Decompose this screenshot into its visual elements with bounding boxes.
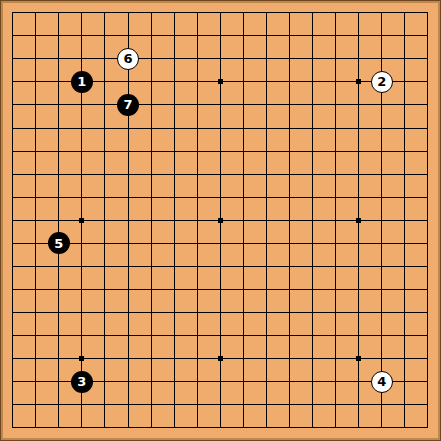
grid-line-vertical <box>243 12 244 428</box>
stone-black-5[interactable]: 5 <box>48 232 70 254</box>
star-point <box>356 79 361 84</box>
grid-line-horizontal <box>12 404 428 405</box>
star-point <box>356 356 361 361</box>
stone-white-4[interactable]: 4 <box>371 371 393 393</box>
star-point <box>356 218 361 223</box>
grid-line-vertical <box>427 12 428 428</box>
grid-line-vertical <box>289 12 290 428</box>
star-point <box>218 79 223 84</box>
grid-line-horizontal <box>12 335 428 336</box>
stone-black-3[interactable]: 3 <box>71 371 93 393</box>
grid-line-horizontal <box>12 289 428 290</box>
stone-black-7[interactable]: 7 <box>117 94 139 116</box>
grid-line-horizontal <box>12 312 428 313</box>
stone-white-2[interactable]: 2 <box>371 71 393 93</box>
stone-black-1[interactable]: 1 <box>71 71 93 93</box>
star-point <box>79 356 84 361</box>
star-point <box>79 218 84 223</box>
grid-line-vertical <box>266 12 267 428</box>
grid-line-vertical <box>312 12 313 428</box>
grid-line-horizontal <box>12 243 428 244</box>
go-board: 1234567 <box>0 0 441 441</box>
grid-line-horizontal <box>12 266 428 267</box>
star-point <box>218 356 223 361</box>
board-surface[interactable]: 1234567 <box>3 3 438 438</box>
star-point <box>218 218 223 223</box>
grid-line-horizontal <box>12 427 428 428</box>
grid-line-vertical <box>335 12 336 428</box>
grid-line-vertical <box>404 12 405 428</box>
stone-white-6[interactable]: 6 <box>117 48 139 70</box>
